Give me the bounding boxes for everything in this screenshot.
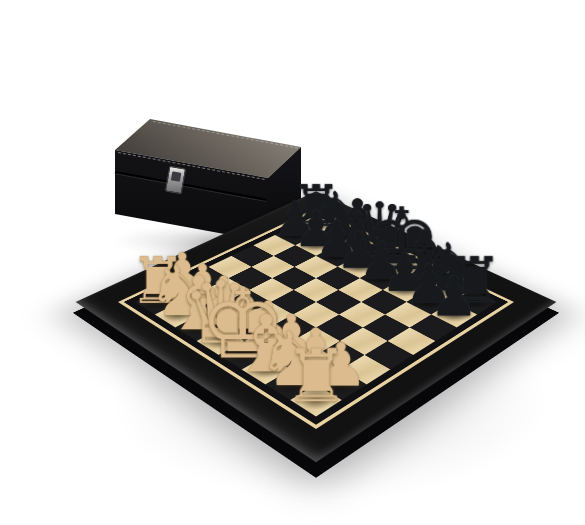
square-d5 <box>294 278 338 302</box>
product-photo: ♜♞♝♛♚♝♞♜♟♟♟♟♟♟♟♟♟♟♟♟♟♟♟♟♜♞♝♛♚♝♞♜ <box>0 0 585 525</box>
